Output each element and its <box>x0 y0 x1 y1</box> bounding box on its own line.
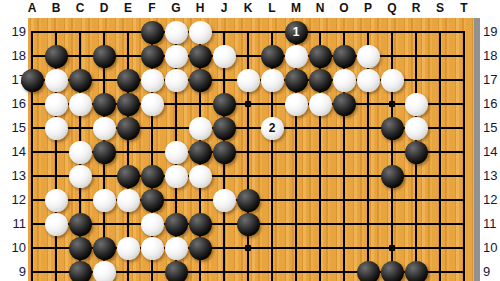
intersection-G9 <box>164 260 188 281</box>
intersection-G13 <box>164 164 188 188</box>
stone-white-B15 <box>45 117 68 140</box>
stone-black-N17 <box>309 69 332 92</box>
intersection-S17 <box>428 68 452 92</box>
row-label-right-17: 17 <box>483 72 500 88</box>
row-label-right-9: 9 <box>483 264 500 280</box>
intersection-M14 <box>284 140 308 164</box>
stone-white-N16 <box>309 93 332 116</box>
intersection-Q15 <box>380 116 404 140</box>
intersection-Q11 <box>380 212 404 236</box>
intersection-P9 <box>356 260 380 281</box>
intersection-B17 <box>44 68 68 92</box>
intersection-Q14 <box>380 140 404 164</box>
column-label-R: R <box>404 1 428 16</box>
row-label-right-16: 16 <box>483 96 500 112</box>
intersection-N17 <box>308 68 332 92</box>
intersection-N10 <box>308 236 332 260</box>
intersection-E10 <box>116 236 140 260</box>
stone-black-Q15 <box>381 117 404 140</box>
intersection-K12 <box>236 188 260 212</box>
stone-black-K11 <box>237 213 260 236</box>
intersection-P16 <box>356 92 380 116</box>
move-1-stone-M19: 1 <box>285 21 308 44</box>
intersection-K11 <box>236 212 260 236</box>
intersection-D15 <box>92 116 116 140</box>
intersection-M15 <box>284 116 308 140</box>
intersection-L9 <box>260 260 284 281</box>
intersection-D9 <box>92 260 116 281</box>
stone-white-K17 <box>237 69 260 92</box>
intersection-A15 <box>20 116 44 140</box>
intersection-H9 <box>188 260 212 281</box>
intersection-A14 <box>20 140 44 164</box>
row-label-right-14: 14 <box>483 144 500 160</box>
intersection-H13 <box>188 164 212 188</box>
intersection-H14 <box>188 140 212 164</box>
intersection-C18 <box>68 44 92 68</box>
stone-white-H13 <box>189 165 212 188</box>
row-label-right-12: 12 <box>483 192 500 208</box>
intersection-J16 <box>212 92 236 116</box>
intersection-M9 <box>284 260 308 281</box>
intersection-S18 <box>428 44 452 68</box>
intersection-H18 <box>188 44 212 68</box>
intersection-A12 <box>20 188 44 212</box>
intersection-H10 <box>188 236 212 260</box>
intersection-O16 <box>332 92 356 116</box>
stone-white-H19 <box>189 21 212 44</box>
intersection-G15 <box>164 116 188 140</box>
stone-black-N18 <box>309 45 332 68</box>
intersection-G19 <box>164 20 188 44</box>
intersection-T16 <box>452 92 476 116</box>
stone-black-C11 <box>69 213 92 236</box>
stone-black-Q13 <box>381 165 404 188</box>
stone-black-F19 <box>141 21 164 44</box>
intersection-S15 <box>428 116 452 140</box>
stone-white-B11 <box>45 213 68 236</box>
stone-white-J12 <box>213 189 236 212</box>
column-label-E: E <box>116 1 140 16</box>
intersection-L19 <box>260 20 284 44</box>
intersection-R16 <box>404 92 428 116</box>
stone-black-H18 <box>189 45 212 68</box>
intersection-Q12 <box>380 188 404 212</box>
stone-white-P17 <box>357 69 380 92</box>
intersection-R12 <box>404 188 428 212</box>
stone-white-F11 <box>141 213 164 236</box>
row-label-right-11: 11 <box>483 216 500 232</box>
intersection-Q10 <box>380 236 404 260</box>
intersection-C19 <box>68 20 92 44</box>
intersection-B12 <box>44 188 68 212</box>
intersection-S12 <box>428 188 452 212</box>
stones-grid: 12 <box>20 20 476 281</box>
column-label-B: B <box>44 1 68 16</box>
stone-white-C13 <box>69 165 92 188</box>
intersection-H19 <box>188 20 212 44</box>
intersection-C9 <box>68 260 92 281</box>
intersection-P14 <box>356 140 380 164</box>
row-label-right-18: 18 <box>483 48 500 64</box>
intersection-J14 <box>212 140 236 164</box>
intersection-A10 <box>20 236 44 260</box>
intersection-T12 <box>452 188 476 212</box>
intersection-S10 <box>428 236 452 260</box>
intersection-R14 <box>404 140 428 164</box>
intersection-N18 <box>308 44 332 68</box>
intersection-O15 <box>332 116 356 140</box>
intersection-D13 <box>92 164 116 188</box>
column-label-D: D <box>92 1 116 16</box>
intersection-L18 <box>260 44 284 68</box>
intersection-S13 <box>428 164 452 188</box>
intersection-O11 <box>332 212 356 236</box>
intersection-C17 <box>68 68 92 92</box>
intersection-F12 <box>140 188 164 212</box>
intersection-O12 <box>332 188 356 212</box>
stone-black-G11 <box>165 213 188 236</box>
intersection-A18 <box>20 44 44 68</box>
intersection-L16 <box>260 92 284 116</box>
column-label-A: A <box>20 1 44 16</box>
stone-white-F16 <box>141 93 164 116</box>
stone-black-L18 <box>261 45 284 68</box>
intersection-E19 <box>116 20 140 44</box>
intersection-K19 <box>236 20 260 44</box>
intersection-G10 <box>164 236 188 260</box>
intersection-B10 <box>44 236 68 260</box>
column-label-K: K <box>236 1 260 16</box>
stone-white-H15 <box>189 117 212 140</box>
stone-white-R16 <box>405 93 428 116</box>
intersection-L15: 2 <box>260 116 284 140</box>
intersection-K17 <box>236 68 260 92</box>
stone-black-J15 <box>213 117 236 140</box>
intersection-B13 <box>44 164 68 188</box>
intersection-S19 <box>428 20 452 44</box>
intersection-J17 <box>212 68 236 92</box>
row-label-right-15: 15 <box>483 120 500 136</box>
intersection-C15 <box>68 116 92 140</box>
stone-white-D9 <box>93 261 116 281</box>
intersection-K14 <box>236 140 260 164</box>
intersection-D12 <box>92 188 116 212</box>
intersection-E13 <box>116 164 140 188</box>
stone-black-B18 <box>45 45 68 68</box>
intersection-N15 <box>308 116 332 140</box>
intersection-R15 <box>404 116 428 140</box>
intersection-O13 <box>332 164 356 188</box>
intersection-D11 <box>92 212 116 236</box>
intersection-A16 <box>20 92 44 116</box>
intersection-N13 <box>308 164 332 188</box>
intersection-L12 <box>260 188 284 212</box>
intersection-A17 <box>20 68 44 92</box>
intersection-R13 <box>404 164 428 188</box>
intersection-S16 <box>428 92 452 116</box>
intersection-M18 <box>284 44 308 68</box>
intersection-A11 <box>20 212 44 236</box>
intersection-D18 <box>92 44 116 68</box>
stone-white-R15 <box>405 117 428 140</box>
stone-black-E16 <box>117 93 140 116</box>
intersection-S9 <box>428 260 452 281</box>
intersection-N19 <box>308 20 332 44</box>
column-label-Q: Q <box>380 1 404 16</box>
intersection-P18 <box>356 44 380 68</box>
column-label-P: P <box>356 1 380 16</box>
star-point-Q16 <box>389 101 395 107</box>
intersection-F18 <box>140 44 164 68</box>
intersection-C14 <box>68 140 92 164</box>
intersection-T19 <box>452 20 476 44</box>
intersection-H17 <box>188 68 212 92</box>
stone-white-B16 <box>45 93 68 116</box>
stone-black-J14 <box>213 141 236 164</box>
intersection-K15 <box>236 116 260 140</box>
intersection-M13 <box>284 164 308 188</box>
intersection-P11 <box>356 212 380 236</box>
stone-white-D12 <box>93 189 116 212</box>
intersection-F16 <box>140 92 164 116</box>
stone-black-R9 <box>405 261 428 281</box>
stone-black-K12 <box>237 189 260 212</box>
intersection-B15 <box>44 116 68 140</box>
intersection-J18 <box>212 44 236 68</box>
intersection-H12 <box>188 188 212 212</box>
intersection-J13 <box>212 164 236 188</box>
stone-black-A17 <box>21 69 44 92</box>
stone-black-E15 <box>117 117 140 140</box>
intersection-P10 <box>356 236 380 260</box>
intersection-L13 <box>260 164 284 188</box>
intersection-M19: 1 <box>284 20 308 44</box>
star-point-Q10 <box>389 245 395 251</box>
star-point-K16 <box>245 101 251 107</box>
stone-white-J18 <box>213 45 236 68</box>
intersection-Q18 <box>380 44 404 68</box>
column-label-T: T <box>452 1 476 16</box>
stone-black-P9 <box>357 261 380 281</box>
intersection-J10 <box>212 236 236 260</box>
stone-black-D14 <box>93 141 116 164</box>
intersection-L11 <box>260 212 284 236</box>
stone-white-L17 <box>261 69 284 92</box>
intersection-T10 <box>452 236 476 260</box>
stone-black-H10 <box>189 237 212 260</box>
intersection-E17 <box>116 68 140 92</box>
intersection-A9 <box>20 260 44 281</box>
intersection-Q19 <box>380 20 404 44</box>
intersection-G12 <box>164 188 188 212</box>
stone-black-R14 <box>405 141 428 164</box>
intersection-N9 <box>308 260 332 281</box>
intersection-R18 <box>404 44 428 68</box>
intersection-O10 <box>332 236 356 260</box>
stone-black-D10 <box>93 237 116 260</box>
stone-white-G14 <box>165 141 188 164</box>
intersection-P17 <box>356 68 380 92</box>
stone-black-O18 <box>333 45 356 68</box>
stone-black-F13 <box>141 165 164 188</box>
stone-white-F17 <box>141 69 164 92</box>
row-label-right-10: 10 <box>483 240 500 256</box>
intersection-D19 <box>92 20 116 44</box>
intersection-F9 <box>140 260 164 281</box>
column-label-C: C <box>68 1 92 16</box>
intersection-G11 <box>164 212 188 236</box>
stone-white-E12 <box>117 189 140 212</box>
intersection-C12 <box>68 188 92 212</box>
stone-black-E13 <box>117 165 140 188</box>
intersection-O18 <box>332 44 356 68</box>
stone-white-G10 <box>165 237 188 260</box>
intersection-F14 <box>140 140 164 164</box>
intersection-J9 <box>212 260 236 281</box>
column-label-G: G <box>164 1 188 16</box>
intersection-H15 <box>188 116 212 140</box>
intersection-J19 <box>212 20 236 44</box>
stone-white-G17 <box>165 69 188 92</box>
stone-black-H11 <box>189 213 212 236</box>
stone-black-Q9 <box>381 261 404 281</box>
star-point-K10 <box>245 245 251 251</box>
go-diagram-page: ABCDEFGHJKLMNOPQRST 19181716151413121110… <box>0 0 500 281</box>
intersection-K9 <box>236 260 260 281</box>
stone-white-D15 <box>93 117 116 140</box>
intersection-K18 <box>236 44 260 68</box>
intersection-G16 <box>164 92 188 116</box>
move-2-stone-L15: 2 <box>261 117 284 140</box>
intersection-S14 <box>428 140 452 164</box>
intersection-N12 <box>308 188 332 212</box>
stone-white-G19 <box>165 21 188 44</box>
stone-white-B12 <box>45 189 68 212</box>
intersection-Q17 <box>380 68 404 92</box>
intersection-F10 <box>140 236 164 260</box>
intersection-Q13 <box>380 164 404 188</box>
intersection-D14 <box>92 140 116 164</box>
intersection-B19 <box>44 20 68 44</box>
intersection-E15 <box>116 116 140 140</box>
intersection-L14 <box>260 140 284 164</box>
intersection-S11 <box>428 212 452 236</box>
stone-black-C9 <box>69 261 92 281</box>
intersection-M11 <box>284 212 308 236</box>
intersection-M12 <box>284 188 308 212</box>
intersection-E12 <box>116 188 140 212</box>
intersection-D16 <box>92 92 116 116</box>
stone-black-J16 <box>213 93 236 116</box>
intersection-H16 <box>188 92 212 116</box>
intersection-M17 <box>284 68 308 92</box>
stone-white-G18 <box>165 45 188 68</box>
column-label-J: J <box>212 1 236 16</box>
intersection-T17 <box>452 68 476 92</box>
stone-black-C10 <box>69 237 92 260</box>
intersection-R19 <box>404 20 428 44</box>
intersection-F13 <box>140 164 164 188</box>
intersection-J15 <box>212 116 236 140</box>
intersection-Q16 <box>380 92 404 116</box>
column-label-N: N <box>308 1 332 16</box>
stone-black-D18 <box>93 45 116 68</box>
stone-white-M16 <box>285 93 308 116</box>
stone-black-F12 <box>141 189 164 212</box>
intersection-R9 <box>404 260 428 281</box>
intersection-K16 <box>236 92 260 116</box>
intersection-F19 <box>140 20 164 44</box>
intersection-P13 <box>356 164 380 188</box>
intersection-T18 <box>452 44 476 68</box>
row-label-right-13: 13 <box>483 168 500 184</box>
intersection-G14 <box>164 140 188 164</box>
intersection-E9 <box>116 260 140 281</box>
intersection-J12 <box>212 188 236 212</box>
intersection-M16 <box>284 92 308 116</box>
row-label-right-19: 19 <box>483 24 500 40</box>
intersection-J11 <box>212 212 236 236</box>
stone-black-F18 <box>141 45 164 68</box>
intersection-B16 <box>44 92 68 116</box>
intersection-F17 <box>140 68 164 92</box>
stone-white-O17 <box>333 69 356 92</box>
intersection-F11 <box>140 212 164 236</box>
stone-white-M18 <box>285 45 308 68</box>
intersection-C16 <box>68 92 92 116</box>
intersection-E18 <box>116 44 140 68</box>
intersection-N11 <box>308 212 332 236</box>
intersection-E14 <box>116 140 140 164</box>
intersection-E16 <box>116 92 140 116</box>
intersection-F15 <box>140 116 164 140</box>
intersection-C13 <box>68 164 92 188</box>
intersection-Q9 <box>380 260 404 281</box>
intersection-N16 <box>308 92 332 116</box>
stone-black-M17 <box>285 69 308 92</box>
stone-white-P18 <box>357 45 380 68</box>
intersection-A19 <box>20 20 44 44</box>
intersection-L17 <box>260 68 284 92</box>
intersection-T15 <box>452 116 476 140</box>
stone-white-B17 <box>45 69 68 92</box>
column-label-O: O <box>332 1 356 16</box>
column-label-S: S <box>428 1 452 16</box>
stone-black-G9 <box>165 261 188 281</box>
intersection-D10 <box>92 236 116 260</box>
intersection-O9 <box>332 260 356 281</box>
stone-black-H17 <box>189 69 212 92</box>
stone-black-D16 <box>93 93 116 116</box>
intersection-B18 <box>44 44 68 68</box>
intersection-B11 <box>44 212 68 236</box>
intersection-B9 <box>44 260 68 281</box>
intersection-R10 <box>404 236 428 260</box>
intersection-C11 <box>68 212 92 236</box>
intersection-K13 <box>236 164 260 188</box>
intersection-P19 <box>356 20 380 44</box>
stone-white-E10 <box>117 237 140 260</box>
stone-black-C17 <box>69 69 92 92</box>
intersection-T9 <box>452 260 476 281</box>
column-label-M: M <box>284 1 308 16</box>
intersection-N14 <box>308 140 332 164</box>
intersection-R11 <box>404 212 428 236</box>
intersection-O14 <box>332 140 356 164</box>
intersection-T13 <box>452 164 476 188</box>
intersection-M10 <box>284 236 308 260</box>
